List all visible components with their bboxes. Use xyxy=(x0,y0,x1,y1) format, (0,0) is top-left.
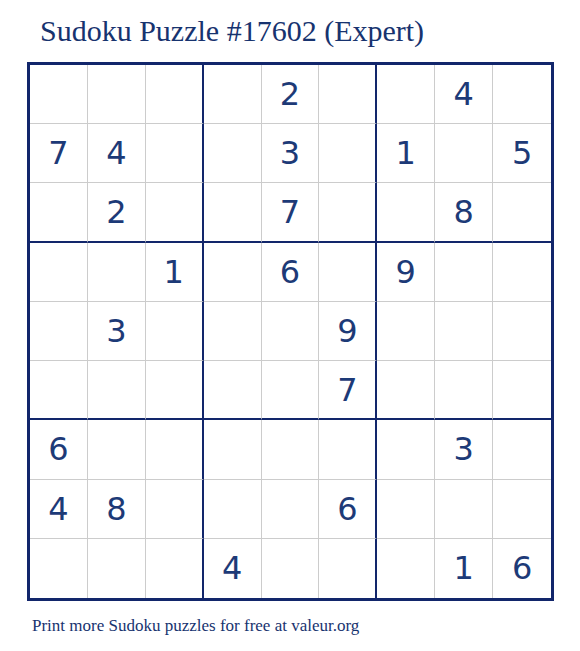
footer-note: Print more Sudoku puzzles for free at va… xyxy=(32,614,359,638)
sudoku-cell-r8c2[interactable]: 8 xyxy=(88,480,146,539)
sudoku-cell-r3c1[interactable] xyxy=(30,183,88,242)
sudoku-cell-r3c2[interactable]: 2 xyxy=(88,183,146,242)
sudoku-cell-r6c4[interactable] xyxy=(204,361,262,420)
sudoku-cell-r2c9[interactable]: 5 xyxy=(493,124,551,183)
puzzle-title: Sudoku Puzzle #17602 (Expert) xyxy=(40,12,424,50)
sudoku-cell-r3c8[interactable]: 8 xyxy=(435,183,493,242)
sudoku-cell-r1c3[interactable] xyxy=(146,65,204,124)
sudoku-cell-r9c1[interactable] xyxy=(30,539,88,598)
sudoku-cell-r7c9[interactable] xyxy=(493,420,551,479)
sudoku-cell-r7c1[interactable]: 6 xyxy=(30,420,88,479)
sudoku-cell-r9c4[interactable]: 4 xyxy=(204,539,262,598)
sudoku-cell-r1c4[interactable] xyxy=(204,65,262,124)
sudoku-cell-r8c6[interactable]: 6 xyxy=(319,480,377,539)
sudoku-cell-r5c8[interactable] xyxy=(435,302,493,361)
sudoku-cell-r6c6[interactable]: 7 xyxy=(319,361,377,420)
sudoku-cell-r8c4[interactable] xyxy=(204,480,262,539)
sudoku-cell-r1c1[interactable] xyxy=(30,65,88,124)
sudoku-cell-r3c5[interactable]: 7 xyxy=(262,183,320,242)
sudoku-cell-r6c9[interactable] xyxy=(493,361,551,420)
sudoku-cell-r7c5[interactable] xyxy=(262,420,320,479)
sudoku-cell-r3c3[interactable] xyxy=(146,183,204,242)
sudoku-cell-r8c9[interactable] xyxy=(493,480,551,539)
sudoku-cell-r9c3[interactable] xyxy=(146,539,204,598)
sudoku-cell-r3c7[interactable] xyxy=(377,183,435,242)
sudoku-cell-r1c2[interactable] xyxy=(88,65,146,124)
sudoku-cell-r1c5[interactable]: 2 xyxy=(262,65,320,124)
sudoku-cell-r7c7[interactable] xyxy=(377,420,435,479)
sudoku-cell-r5c1[interactable] xyxy=(30,302,88,361)
sudoku-cell-r1c8[interactable]: 4 xyxy=(435,65,493,124)
sudoku-cell-r4c8[interactable] xyxy=(435,243,493,302)
sudoku-cell-r3c9[interactable] xyxy=(493,183,551,242)
sudoku-cell-r6c2[interactable] xyxy=(88,361,146,420)
sudoku-cell-r7c2[interactable] xyxy=(88,420,146,479)
sudoku-grid: 247431527816939763486416 xyxy=(27,62,554,601)
sudoku-cell-r4c7[interactable]: 9 xyxy=(377,243,435,302)
sudoku-cell-r7c8[interactable]: 3 xyxy=(435,420,493,479)
sudoku-cell-r6c8[interactable] xyxy=(435,361,493,420)
sudoku-cell-r2c6[interactable] xyxy=(319,124,377,183)
sudoku-cell-r5c5[interactable] xyxy=(262,302,320,361)
sudoku-cell-r5c2[interactable]: 3 xyxy=(88,302,146,361)
sudoku-cell-r5c7[interactable] xyxy=(377,302,435,361)
sudoku-cell-r3c6[interactable] xyxy=(319,183,377,242)
sudoku-cell-r9c6[interactable] xyxy=(319,539,377,598)
sudoku-cell-r4c6[interactable] xyxy=(319,243,377,302)
sudoku-cell-r7c3[interactable] xyxy=(146,420,204,479)
sudoku-cell-r8c3[interactable] xyxy=(146,480,204,539)
sudoku-cell-r2c3[interactable] xyxy=(146,124,204,183)
sudoku-cell-r4c2[interactable] xyxy=(88,243,146,302)
sudoku-cell-r8c5[interactable] xyxy=(262,480,320,539)
sudoku-cell-r5c3[interactable] xyxy=(146,302,204,361)
sudoku-cell-r9c7[interactable] xyxy=(377,539,435,598)
sudoku-cell-r5c9[interactable] xyxy=(493,302,551,361)
sudoku-cell-r6c1[interactable] xyxy=(30,361,88,420)
sudoku-cell-r2c2[interactable]: 4 xyxy=(88,124,146,183)
sudoku-cell-r4c9[interactable] xyxy=(493,243,551,302)
sudoku-cell-r1c7[interactable] xyxy=(377,65,435,124)
sudoku-cell-r4c4[interactable] xyxy=(204,243,262,302)
sudoku-cell-r7c4[interactable] xyxy=(204,420,262,479)
sudoku-cell-r3c4[interactable] xyxy=(204,183,262,242)
sudoku-cell-r2c8[interactable] xyxy=(435,124,493,183)
sudoku-cell-r2c5[interactable]: 3 xyxy=(262,124,320,183)
sudoku-cell-r8c1[interactable]: 4 xyxy=(30,480,88,539)
sudoku-cell-r1c6[interactable] xyxy=(319,65,377,124)
sudoku-cell-r5c4[interactable] xyxy=(204,302,262,361)
sudoku-cell-r2c4[interactable] xyxy=(204,124,262,183)
sudoku-cell-r6c3[interactable] xyxy=(146,361,204,420)
sudoku-cell-r4c1[interactable] xyxy=(30,243,88,302)
sudoku-cell-r2c7[interactable]: 1 xyxy=(377,124,435,183)
sudoku-cell-r8c8[interactable] xyxy=(435,480,493,539)
sudoku-cell-r7c6[interactable] xyxy=(319,420,377,479)
sudoku-cell-r4c3[interactable]: 1 xyxy=(146,243,204,302)
sudoku-cell-r4c5[interactable]: 6 xyxy=(262,243,320,302)
sudoku-cell-r6c7[interactable] xyxy=(377,361,435,420)
sudoku-cell-r9c5[interactable] xyxy=(262,539,320,598)
sudoku-cell-r9c9[interactable]: 6 xyxy=(493,539,551,598)
sudoku-cell-r2c1[interactable]: 7 xyxy=(30,124,88,183)
sudoku-cell-r6c5[interactable] xyxy=(262,361,320,420)
sudoku-cell-r8c7[interactable] xyxy=(377,480,435,539)
sudoku-cell-r1c9[interactable] xyxy=(493,65,551,124)
sudoku-cell-r9c2[interactable] xyxy=(88,539,146,598)
sudoku-cell-r5c6[interactable]: 9 xyxy=(319,302,377,361)
sudoku-cell-r9c8[interactable]: 1 xyxy=(435,539,493,598)
